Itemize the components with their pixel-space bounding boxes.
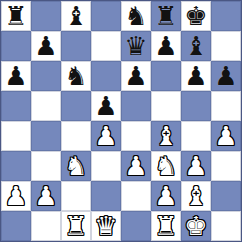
white-pawn-icon[interactable]: ♟ bbox=[34, 183, 57, 209]
square-a3[interactable] bbox=[1, 151, 31, 181]
white-pawn-icon[interactable]: ♟ bbox=[124, 153, 147, 179]
square-b1[interactable] bbox=[31, 211, 61, 241]
square-c7[interactable] bbox=[61, 31, 91, 61]
square-c1[interactable]: ♜ bbox=[61, 211, 91, 241]
square-c2[interactable] bbox=[61, 181, 91, 211]
square-f3[interactable]: ♞ bbox=[151, 151, 181, 181]
white-pawn-icon[interactable]: ♟ bbox=[94, 123, 117, 149]
square-b6[interactable] bbox=[31, 61, 61, 91]
square-g5[interactable] bbox=[181, 91, 211, 121]
square-a4[interactable] bbox=[1, 121, 31, 151]
square-f2[interactable]: ♟ bbox=[151, 181, 181, 211]
square-h3[interactable] bbox=[211, 151, 241, 181]
black-pawn-icon[interactable]: ♟ bbox=[214, 63, 237, 89]
square-d5[interactable]: ♟ bbox=[91, 91, 121, 121]
black-rook-icon[interactable]: ♜ bbox=[154, 3, 177, 29]
square-g1[interactable]: ♚ bbox=[181, 211, 211, 241]
square-d8[interactable] bbox=[91, 1, 121, 31]
square-b8[interactable] bbox=[31, 1, 61, 31]
square-e3[interactable]: ♟ bbox=[121, 151, 151, 181]
black-pawn-icon[interactable]: ♟ bbox=[4, 63, 27, 89]
square-d4[interactable]: ♟ bbox=[91, 121, 121, 151]
white-knight-icon[interactable]: ♞ bbox=[154, 153, 177, 179]
black-rook-icon[interactable]: ♜ bbox=[4, 3, 27, 29]
white-pawn-icon[interactable]: ♟ bbox=[154, 183, 177, 209]
square-e1[interactable] bbox=[121, 211, 151, 241]
square-b2[interactable]: ♟ bbox=[31, 181, 61, 211]
white-bishop-icon[interactable]: ♝ bbox=[184, 183, 207, 209]
square-h1[interactable] bbox=[211, 211, 241, 241]
square-e6[interactable]: ♟ bbox=[121, 61, 151, 91]
square-e5[interactable] bbox=[121, 91, 151, 121]
square-h2[interactable] bbox=[211, 181, 241, 211]
square-d6[interactable] bbox=[91, 61, 121, 91]
square-e4[interactable] bbox=[121, 121, 151, 151]
square-f6[interactable] bbox=[151, 61, 181, 91]
square-a8[interactable]: ♜ bbox=[1, 1, 31, 31]
square-b5[interactable] bbox=[31, 91, 61, 121]
square-g3[interactable]: ♟ bbox=[181, 151, 211, 181]
black-knight-icon[interactable]: ♞ bbox=[64, 63, 87, 89]
square-e2[interactable] bbox=[121, 181, 151, 211]
square-g4[interactable] bbox=[181, 121, 211, 151]
square-c6[interactable]: ♞ bbox=[61, 61, 91, 91]
square-h5[interactable] bbox=[211, 91, 241, 121]
square-a5[interactable] bbox=[1, 91, 31, 121]
black-pawn-icon[interactable]: ♟ bbox=[94, 93, 117, 119]
black-bishop-icon[interactable]: ♝ bbox=[184, 33, 207, 59]
square-f7[interactable]: ♟ bbox=[151, 31, 181, 61]
square-c8[interactable]: ♝ bbox=[61, 1, 91, 31]
black-queen-icon[interactable]: ♛ bbox=[124, 33, 147, 59]
white-pawn-icon[interactable]: ♟ bbox=[184, 153, 207, 179]
square-f1[interactable]: ♜ bbox=[151, 211, 181, 241]
square-g7[interactable]: ♝ bbox=[181, 31, 211, 61]
square-b4[interactable] bbox=[31, 121, 61, 151]
white-rook-icon[interactable]: ♜ bbox=[154, 213, 177, 239]
square-c3[interactable]: ♞ bbox=[61, 151, 91, 181]
square-b3[interactable] bbox=[31, 151, 61, 181]
square-h4[interactable]: ♟ bbox=[211, 121, 241, 151]
white-rook-icon[interactable]: ♜ bbox=[64, 213, 87, 239]
black-bishop-icon[interactable]: ♝ bbox=[64, 3, 87, 29]
white-pawn-icon[interactable]: ♟ bbox=[214, 123, 237, 149]
square-b7[interactable]: ♟ bbox=[31, 31, 61, 61]
square-f4[interactable]: ♝ bbox=[151, 121, 181, 151]
square-e8[interactable]: ♞ bbox=[121, 1, 151, 31]
black-pawn-icon[interactable]: ♟ bbox=[184, 63, 207, 89]
white-queen-icon[interactable]: ♛ bbox=[94, 213, 117, 239]
black-knight-icon[interactable]: ♞ bbox=[124, 3, 147, 29]
white-knight-icon[interactable]: ♞ bbox=[64, 153, 87, 179]
white-pawn-icon[interactable]: ♟ bbox=[4, 183, 27, 209]
white-king-icon[interactable]: ♚ bbox=[184, 213, 207, 239]
square-f8[interactable]: ♜ bbox=[151, 1, 181, 31]
square-g6[interactable]: ♟ bbox=[181, 61, 211, 91]
square-g2[interactable]: ♝ bbox=[181, 181, 211, 211]
square-e7[interactable]: ♛ bbox=[121, 31, 151, 61]
black-pawn-icon[interactable]: ♟ bbox=[124, 63, 147, 89]
square-d3[interactable] bbox=[91, 151, 121, 181]
black-pawn-icon[interactable]: ♟ bbox=[34, 33, 57, 59]
square-h7[interactable] bbox=[211, 31, 241, 61]
black-king-icon[interactable]: ♚ bbox=[184, 3, 207, 29]
square-c4[interactable] bbox=[61, 121, 91, 151]
square-g8[interactable]: ♚ bbox=[181, 1, 211, 31]
square-h6[interactable]: ♟ bbox=[211, 61, 241, 91]
square-c5[interactable] bbox=[61, 91, 91, 121]
square-a2[interactable]: ♟ bbox=[1, 181, 31, 211]
square-d2[interactable] bbox=[91, 181, 121, 211]
square-d1[interactable]: ♛ bbox=[91, 211, 121, 241]
square-a7[interactable] bbox=[1, 31, 31, 61]
square-f5[interactable] bbox=[151, 91, 181, 121]
chess-board: ♜♝♞♜♚♟♛♟♝♟♞♟♟♟♟♟♝♟♞♟♞♟♟♟♟♝♜♛♜♚ bbox=[0, 0, 242, 242]
square-a1[interactable] bbox=[1, 211, 31, 241]
square-d7[interactable] bbox=[91, 31, 121, 61]
white-bishop-icon[interactable]: ♝ bbox=[154, 123, 177, 149]
square-h8[interactable] bbox=[211, 1, 241, 31]
square-a6[interactable]: ♟ bbox=[1, 61, 31, 91]
black-pawn-icon[interactable]: ♟ bbox=[154, 33, 177, 59]
